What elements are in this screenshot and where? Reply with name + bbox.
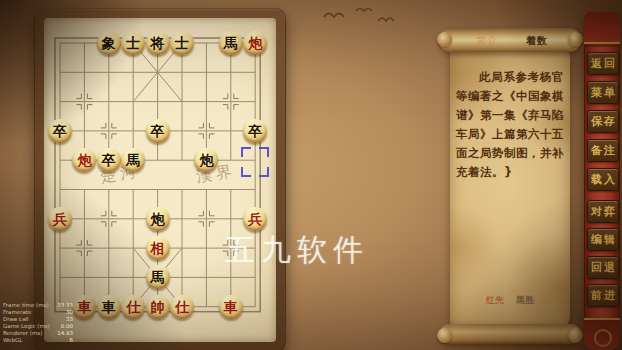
scroll-footer: 红先 黑胜: [450, 294, 570, 307]
opening-description: 此局系参考杨官等编著之《中国象棋谱》第一集《弃马陷车局》上篇第六十五面之局势制图…: [456, 68, 564, 182]
last-move-marker: [241, 147, 269, 177]
piece-red-c1r9[interactable]: 車: [72, 295, 96, 319]
piece-red-c7r9[interactable]: 車: [219, 295, 243, 319]
load-button[interactable]: 载入: [587, 168, 619, 191]
piece-red-c4r7[interactable]: 相: [146, 236, 170, 260]
app-window: 楚河 漢界 象士将士馬炮卒卒卒炮卒馬炮兵炮兵相馬車車仕帥仕車 简介 着数 此局系…: [0, 0, 622, 350]
edit-button[interactable]: 编辑: [587, 228, 619, 251]
result-black-label: 黑胜: [516, 294, 534, 307]
back-button[interactable]: 返回: [587, 52, 619, 75]
undo-button[interactable]: 回退: [587, 256, 619, 279]
piece-black-c3r0[interactable]: 士: [121, 31, 145, 55]
menu-button[interactable]: 菜单: [587, 81, 619, 104]
piece-red-c5r9[interactable]: 仕: [170, 295, 194, 319]
banner-bottom-ornament: [584, 318, 620, 350]
piece-black-c2r9[interactable]: 車: [97, 295, 121, 319]
tab-moves[interactable]: 着数: [526, 34, 548, 48]
save-button[interactable]: 保存: [587, 110, 619, 133]
piece-black-c5r0[interactable]: 士: [170, 31, 194, 55]
piece-black-c4r3[interactable]: 卒: [146, 119, 170, 143]
notes-button[interactable]: 备注: [587, 139, 619, 162]
tab-intro[interactable]: 简介: [476, 34, 498, 48]
piece-red-c4r9[interactable]: 帥: [146, 295, 170, 319]
banner-top-ornament: [584, 12, 620, 44]
board-surface: [44, 18, 276, 342]
piece-red-c8r6[interactable]: 兵: [243, 207, 267, 231]
play-button[interactable]: 对弈: [587, 200, 619, 223]
piece-red-c8r0[interactable]: 炮: [243, 31, 267, 55]
piece-black-c4r6[interactable]: 炮: [146, 207, 170, 231]
piece-black-c2r4[interactable]: 卒: [97, 148, 121, 172]
piece-black-c7r0[interactable]: 馬: [219, 31, 243, 55]
scroll-bottom-rod: [439, 324, 581, 344]
info-scroll: 简介 着数 此局系参考杨官等编著之《中国象棋谱》第一集《弃马陷车局》上篇第六十五…: [444, 24, 576, 346]
piece-red-c3r9[interactable]: 仕: [121, 295, 145, 319]
result-red-label: 红先: [486, 294, 504, 307]
piece-black-c0r3[interactable]: 卒: [48, 119, 72, 143]
piece-black-c2r0[interactable]: 象: [97, 31, 121, 55]
forward-button[interactable]: 前进: [587, 284, 619, 307]
piece-black-c4r0[interactable]: 将: [146, 31, 170, 55]
piece-red-c0r6[interactable]: 兵: [48, 207, 72, 231]
piece-black-c8r3[interactable]: 卒: [243, 119, 267, 143]
piece-black-c4r8[interactable]: 馬: [146, 265, 170, 289]
scroll-top-rod: [439, 28, 581, 52]
birds-decoration: [318, 2, 408, 28]
